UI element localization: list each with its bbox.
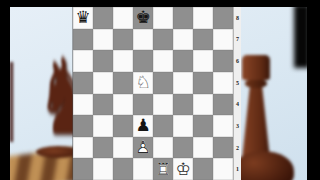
square-e7 (153, 29, 173, 51)
square-c2 (113, 137, 133, 159)
chess-diagram: ♛♚♞♘♟♟♙♜♖♚♔ 8 7 6 5 4 3 2 1 (73, 7, 233, 180)
rank-labels: 8 7 6 5 4 3 2 1 (233, 7, 241, 180)
square-g5 (193, 72, 213, 94)
square-a1 (73, 158, 93, 180)
square-d8: ♚ (133, 7, 153, 29)
square-b1 (93, 158, 113, 180)
letterbox-top (0, 0, 320, 7)
square-a5 (73, 72, 93, 94)
chess-board: ♛♚♞♘♟♟♙♜♖♚♔ (73, 7, 233, 180)
rank-label-3: 3 (234, 115, 241, 137)
square-a2 (73, 137, 93, 159)
rank-label-4: 4 (234, 94, 241, 116)
black-king: ♚ (133, 7, 153, 29)
square-a8: ♛ (73, 7, 93, 29)
square-f6 (173, 50, 193, 72)
rook-statue-head (242, 55, 270, 80)
square-g3 (193, 115, 213, 137)
square-g8 (193, 7, 213, 29)
square-d6 (133, 50, 153, 72)
rank-label-7: 7 (234, 29, 241, 51)
square-h8 (213, 7, 233, 29)
square-b3 (93, 115, 113, 137)
square-h1 (213, 158, 233, 180)
square-c3 (113, 115, 133, 137)
white-knight: ♞♘ (133, 72, 153, 94)
square-h2 (213, 137, 233, 159)
square-h4 (213, 94, 233, 116)
square-g1 (193, 158, 213, 180)
square-a4 (73, 94, 93, 116)
square-d7 (133, 29, 153, 51)
square-c1 (113, 158, 133, 180)
square-e4 (153, 94, 173, 116)
square-d3: ♟ (133, 115, 153, 137)
square-g2 (193, 137, 213, 159)
square-f3 (173, 115, 193, 137)
square-h3 (213, 115, 233, 137)
rook-statue-base (232, 151, 294, 180)
square-b8 (93, 7, 113, 29)
square-f7 (173, 29, 193, 51)
square-f5 (173, 72, 193, 94)
square-a6 (73, 50, 93, 72)
rook-statue-collar (245, 79, 267, 88)
square-b6 (93, 50, 113, 72)
square-e3 (153, 115, 173, 137)
square-f1: ♚♔ (173, 158, 193, 180)
square-d5: ♞♘ (133, 72, 153, 94)
square-c8 (113, 7, 133, 29)
square-a7 (73, 29, 93, 51)
square-c7 (113, 29, 133, 51)
square-f2 (173, 137, 193, 159)
square-c4 (113, 94, 133, 116)
rank-label-2: 2 (234, 137, 241, 159)
white-king: ♚♔ (173, 158, 193, 180)
square-g6 (193, 50, 213, 72)
square-e5 (153, 72, 173, 94)
white-pawn: ♟♙ (133, 137, 153, 159)
square-b5 (93, 72, 113, 94)
square-g7 (193, 29, 213, 51)
black-queen: ♛ (73, 7, 93, 29)
rank-label-6: 6 (234, 50, 241, 72)
rank-label-8: 8 (234, 7, 241, 29)
letterbox-right (307, 0, 320, 180)
square-h6 (213, 50, 233, 72)
square-e6 (153, 50, 173, 72)
square-d4 (133, 94, 153, 116)
square-e2 (153, 137, 173, 159)
rook-statue-stem (238, 86, 274, 156)
square-b2 (93, 137, 113, 159)
square-f4 (173, 94, 193, 116)
square-d1 (133, 158, 153, 180)
square-b4 (93, 94, 113, 116)
video-frame: ♞ ♛♚♞♘♟♟♙♜♖♚♔ 8 7 6 5 4 3 2 1 (0, 0, 320, 180)
square-h7 (213, 29, 233, 51)
square-c6 (113, 50, 133, 72)
square-a3 (73, 115, 93, 137)
square-c5 (113, 72, 133, 94)
square-d2: ♟♙ (133, 137, 153, 159)
white-rook: ♜♖ (153, 158, 173, 180)
square-e1: ♜♖ (153, 158, 173, 180)
rank-label-1: 1 (234, 158, 241, 180)
square-f8 (173, 7, 193, 29)
black-pawn: ♟ (133, 115, 153, 137)
square-h5 (213, 72, 233, 94)
letterbox-left (0, 0, 10, 180)
square-g4 (193, 94, 213, 116)
rook-statue-icon (232, 55, 310, 180)
square-b7 (93, 29, 113, 51)
photo-edge-shadow (10, 62, 13, 142)
square-e8 (153, 7, 173, 29)
rank-label-5: 5 (234, 72, 241, 94)
